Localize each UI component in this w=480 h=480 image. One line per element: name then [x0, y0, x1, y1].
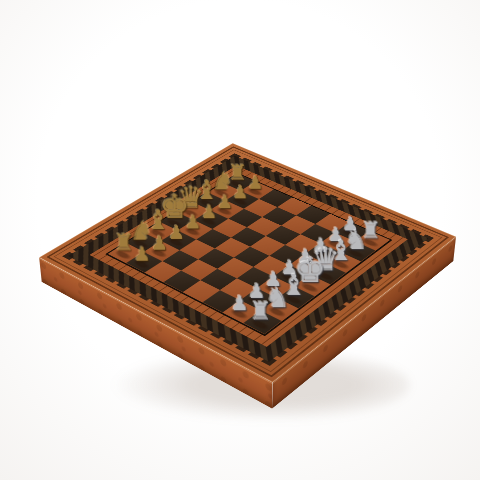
- black-silver-piece-P-icon[interactable]: ♟: [231, 293, 249, 313]
- white-brass-piece-P-icon[interactable]: ♟: [133, 244, 150, 263]
- photo-background: ♜♟♟♜♞♟♟♞♝♟♟♝♛♟♟♛♚♟♟♚♝♟♟♝♞♟♟♞♜♟♟♜: [0, 0, 480, 480]
- scene: ♜♟♟♜♞♟♟♞♝♟♟♝♛♟♟♛♚♟♟♚♝♟♟♝♞♟♟♞♜♟♟♜: [0, 0, 480, 480]
- white-brass-piece-P-icon[interactable]: ♟: [151, 233, 168, 252]
- white-brass-piece-R-icon[interactable]: ♜: [113, 231, 134, 254]
- chess-board-box: ♜♟♟♜♞♟♟♞♝♟♟♝♛♟♟♛♚♟♟♚♝♟♟♝♞♟♟♞♜♟♟♜: [39, 143, 456, 382]
- black-silver-piece-R-icon[interactable]: ♜: [249, 299, 271, 324]
